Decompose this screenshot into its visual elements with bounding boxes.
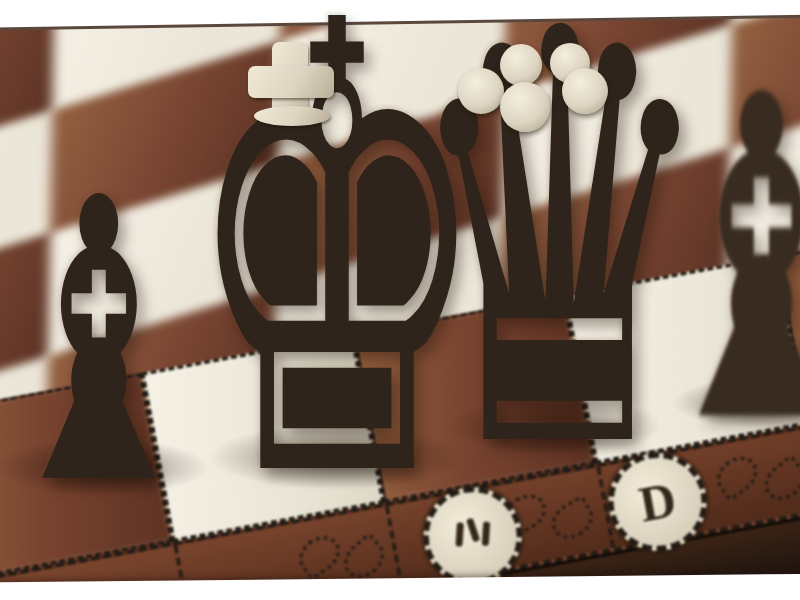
cross-base-disc <box>254 106 330 126</box>
queen-crown-ball <box>458 68 504 114</box>
dark-bishop-left: ♝ <box>0 148 207 538</box>
dark-bishop-right: ♝ <box>642 39 800 484</box>
queen-crown-ball <box>562 68 608 114</box>
queen-crown-ball <box>500 82 550 132</box>
queen-crown-ball <box>500 44 542 86</box>
cross-horizontal-bar <box>248 66 334 98</box>
chess-photo-scene: D ♝ ♚ ♛ ♝ <box>0 0 800 600</box>
